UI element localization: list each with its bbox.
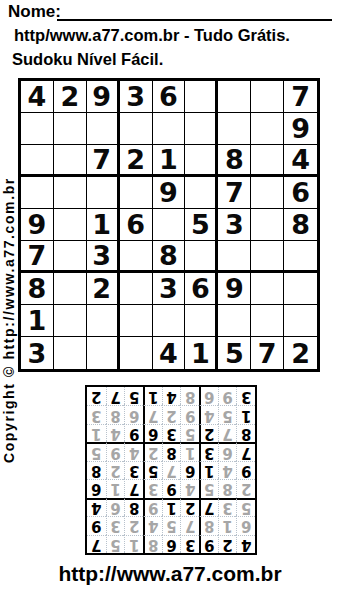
sudoku-cell-r5c9: 8: [284, 209, 317, 241]
solution-cell-r6c8: 9: [106, 442, 125, 460]
solution-cell-r5c4: 6: [180, 461, 199, 479]
sudoku-cell-r8c9[interactable]: [284, 305, 317, 337]
sudoku-cell-r1c5: 6: [153, 81, 186, 113]
solution-cell-r2c1: 6: [236, 516, 255, 534]
solution-cell-r9c3: 6: [199, 387, 218, 405]
sudoku-cell-r2c8[interactable]: [251, 113, 284, 145]
solution-cell-r4c9: 6: [87, 479, 106, 497]
sudoku-cell-r5c7: 3: [218, 209, 251, 241]
sudoku-cell-r8c6[interactable]: [185, 305, 218, 337]
sudoku-cell-r8c1: 1: [21, 305, 54, 337]
sudoku-cell-r1c7[interactable]: [218, 81, 251, 113]
sudoku-cell-r2c2[interactable]: [54, 113, 87, 145]
sudoku-cell-r1c6[interactable]: [185, 81, 218, 113]
solution-cell-r9c8: 7: [106, 387, 125, 405]
sudoku-cell-r2c7[interactable]: [218, 113, 251, 145]
solution-cell-r1c5: 6: [162, 535, 181, 553]
solution-cell-r3c6: 9: [143, 498, 162, 516]
sudoku-cell-r1c2: 2: [54, 81, 87, 113]
sudoku-cell-r3c2[interactable]: [54, 145, 87, 177]
sudoku-cell-r9c9: 2: [284, 337, 317, 369]
solution-cell-r5c5: 7: [162, 461, 181, 479]
sudoku-cell-r9c7: 5: [218, 337, 251, 369]
solution-cell-r4c7: 7: [124, 479, 143, 497]
solution-cell-r8c9: 3: [87, 405, 106, 423]
sudoku-cell-r1c4: 3: [120, 81, 153, 113]
solution-cell-r4c8: 1: [106, 479, 125, 497]
solution-cell-r3c7: 8: [124, 498, 143, 516]
sudoku-cell-r6c1: 7: [21, 241, 54, 273]
sudoku-cell-r4c8[interactable]: [251, 177, 284, 209]
sudoku-cell-r9c5: 4: [153, 337, 186, 369]
sudoku-cell-r5c4: 6: [120, 209, 153, 241]
solution-cell-r1c9: 7: [87, 535, 106, 553]
solution-cell-r9c2: 9: [218, 387, 237, 405]
solution-cell-r5c3: 1: [199, 461, 218, 479]
sudoku-cell-r1c9: 7: [284, 81, 317, 113]
sudoku-cell-r3c9: 4: [284, 145, 317, 177]
solution-cell-r8c7: 6: [124, 405, 143, 423]
sudoku-cell-r4c4[interactable]: [120, 177, 153, 209]
sudoku-cell-r3c3: 7: [87, 145, 120, 177]
sudoku-cell-r9c8: 7: [251, 337, 284, 369]
solution-cell-r1c7: 1: [124, 535, 143, 553]
solution-cell-r5c2: 4: [218, 461, 237, 479]
sudoku-cell-r9c6: 1: [185, 337, 218, 369]
sudoku-cell-r3c1[interactable]: [21, 145, 54, 177]
sudoku-cell-r7c7: 9: [218, 273, 251, 305]
sudoku-cell-r3c7: 8: [218, 145, 251, 177]
sudoku-cell-r6c3: 3: [87, 241, 120, 273]
solution-cell-r9c7: 5: [124, 387, 143, 405]
solution-cell-r2c5: 5: [162, 516, 181, 534]
solution-cell-r5c8: 2: [106, 461, 125, 479]
solution-cell-r6c1: 7: [236, 442, 255, 460]
sudoku-cell-r8c2[interactable]: [54, 305, 87, 337]
sudoku-cell-r6c2[interactable]: [54, 241, 87, 273]
sudoku-cell-r7c3: 2: [87, 273, 120, 305]
sudoku-cell-r8c7[interactable]: [218, 305, 251, 337]
sudoku-cell-r8c4[interactable]: [120, 305, 153, 337]
solution-cell-r7c6: 6: [143, 424, 162, 442]
solution-cell-r2c6: 4: [143, 516, 162, 534]
sudoku-cell-r4c2[interactable]: [54, 177, 87, 209]
solution-cell-r1c1: 4: [236, 535, 255, 553]
sudoku-cell-r4c3[interactable]: [87, 177, 120, 209]
name-label: Nome:: [8, 2, 61, 22]
sudoku-cell-r4c5: 9: [153, 177, 186, 209]
solution-cell-r1c6: 8: [143, 535, 162, 553]
solution-cell-r8c6: 7: [143, 405, 162, 423]
sudoku-cell-r3c6[interactable]: [185, 145, 218, 177]
solution-cell-r3c1: 5: [236, 498, 255, 516]
solution-cell-r7c3: 2: [199, 424, 218, 442]
solution-cell-r3c2: 3: [218, 498, 237, 516]
copyright-text: Copyright © http://www.a77.com.br: [1, 177, 17, 463]
solution-cell-r7c9: 1: [87, 424, 106, 442]
sudoku-cell-r2c9: 9: [284, 113, 317, 145]
solution-cell-r3c9: 4: [87, 498, 106, 516]
sudoku-cell-r3c5: 1: [153, 145, 186, 177]
sudoku-cell-r5c1: 9: [21, 209, 54, 241]
solution-cell-r1c4: 3: [180, 535, 199, 553]
solution-cell-r3c3: 7: [199, 498, 218, 516]
sudoku-cell-r2c1[interactable]: [21, 113, 54, 145]
solution-grid: 4293681576187542395372198642854937169416…: [85, 385, 257, 555]
sudoku-cell-r6c6[interactable]: [185, 241, 218, 273]
sudoku-cell-r4c1[interactable]: [21, 177, 54, 209]
solution-cell-r8c4: 9: [180, 405, 199, 423]
sudoku-cell-r7c8[interactable]: [251, 273, 284, 305]
sudoku-cell-r4c6[interactable]: [185, 177, 218, 209]
sudoku-cell-r2c6[interactable]: [185, 113, 218, 145]
solution-cell-r1c8: 5: [106, 535, 125, 553]
solution-cell-r6c7: 4: [124, 442, 143, 460]
sudoku-cell-r5c8[interactable]: [251, 209, 284, 241]
solution-cell-r9c6: 1: [143, 387, 162, 405]
sudoku-cell-r5c3: 1: [87, 209, 120, 241]
sudoku-cell-r5c6: 5: [185, 209, 218, 241]
solution-cell-r5c9: 8: [87, 461, 106, 479]
sudoku-cell-r7c2[interactable]: [54, 273, 87, 305]
solution-cell-r7c4: 5: [180, 424, 199, 442]
solution-cell-r9c1: 3: [236, 387, 255, 405]
solution-cell-r1c2: 2: [218, 535, 237, 553]
sudoku-cell-r9c4[interactable]: [120, 337, 153, 369]
solution-cell-r7c1: 8: [236, 424, 255, 442]
solution-cell-r6c4: 1: [180, 442, 199, 460]
solution-cell-r1c3: 9: [199, 535, 218, 553]
sudoku-cell-r6c7[interactable]: [218, 241, 251, 273]
solution-cell-r9c5: 4: [162, 387, 181, 405]
solution-cell-r2c8: 3: [106, 516, 125, 534]
sudoku-cell-r8c5[interactable]: [153, 305, 186, 337]
sudoku-cell-r6c8[interactable]: [251, 241, 284, 273]
sudoku-cell-r8c8[interactable]: [251, 305, 284, 337]
solution-cell-r6c2: 6: [218, 442, 237, 460]
sudoku-cell-r6c4[interactable]: [120, 241, 153, 273]
solution-cell-r6c9: 5: [87, 442, 106, 460]
sudoku-cell-r8c3[interactable]: [87, 305, 120, 337]
solution-cell-r5c1: 9: [236, 461, 255, 479]
sudoku-cell-r4c7: 7: [218, 177, 251, 209]
sudoku-cell-r2c5[interactable]: [153, 113, 186, 145]
solution-cell-r6c6: 2: [143, 442, 162, 460]
solution-cell-r2c9: 9: [87, 516, 106, 534]
solution-cell-r2c2: 1: [218, 516, 237, 534]
sudoku-grid: 429367972184976916538738823691341572: [18, 78, 320, 372]
solution-cell-r7c7: 9: [124, 424, 143, 442]
solution-cell-r4c3: 5: [199, 479, 218, 497]
solution-cell-r4c4: 4: [180, 479, 199, 497]
sudoku-cell-r7c1: 8: [21, 273, 54, 305]
sudoku-cell-r4c9: 6: [284, 177, 317, 209]
sudoku-cell-r6c9[interactable]: [284, 241, 317, 273]
solution-cell-r6c5: 8: [162, 442, 181, 460]
solution-cell-r4c5: 9: [162, 479, 181, 497]
solution-cell-r9c9: 2: [87, 387, 106, 405]
solution-cell-r4c1: 2: [236, 479, 255, 497]
sudoku-cell-r9c3[interactable]: [87, 337, 120, 369]
worksheet-page: Nome: http/www.a77.com.br - Tudo Grátis.…: [0, 0, 340, 596]
sudoku-cell-r1c8[interactable]: [251, 81, 284, 113]
sudoku-cell-r5c2[interactable]: [54, 209, 87, 241]
solution-cell-r9c4: 8: [180, 387, 199, 405]
puzzle-title: Sudoku Nível Fácil.: [12, 50, 163, 69]
solution-cell-r7c8: 4: [106, 424, 125, 442]
sudoku-cell-r9c1: 3: [21, 337, 54, 369]
solution-cell-r3c4: 2: [180, 498, 199, 516]
solution-cell-r3c8: 6: [106, 498, 125, 516]
solution-cell-r2c3: 8: [199, 516, 218, 534]
sudoku-cell-r2c3[interactable]: [87, 113, 120, 145]
solution-cell-r2c7: 2: [124, 516, 143, 534]
sudoku-cell-r9c2[interactable]: [54, 337, 87, 369]
sudoku-cell-r7c9[interactable]: [284, 273, 317, 305]
solution-cell-r2c4: 7: [180, 516, 199, 534]
solution-cell-r4c2: 8: [218, 479, 237, 497]
sudoku-cell-r1c1: 4: [21, 81, 54, 113]
sudoku-cell-r3c8[interactable]: [251, 145, 284, 177]
solution-cell-r8c5: 2: [162, 405, 181, 423]
solution-cell-r7c5: 3: [162, 424, 181, 442]
solution-cell-r8c8: 8: [106, 405, 125, 423]
solution-cell-r5c6: 5: [143, 461, 162, 479]
sudoku-cell-r6c5: 8: [153, 241, 186, 273]
solution-cell-r4c6: 3: [143, 479, 162, 497]
solution-cell-r8c1: 1: [236, 405, 255, 423]
sudoku-cell-r7c5: 3: [153, 273, 186, 305]
solution-cell-r8c2: 5: [218, 405, 237, 423]
site-header: http/www.a77.com.br - Tudo Grátis.: [14, 26, 290, 45]
sudoku-cell-r3c4: 2: [120, 145, 153, 177]
solution-cell-r5c7: 3: [124, 461, 143, 479]
name-input-line[interactable]: [57, 19, 332, 21]
sudoku-cell-r5c5[interactable]: [153, 209, 186, 241]
solution-cell-r7c2: 7: [218, 424, 237, 442]
solution-cell-r3c5: 1: [162, 498, 181, 516]
solution-cell-r8c3: 4: [199, 405, 218, 423]
sudoku-cell-r7c4[interactable]: [120, 273, 153, 305]
footer-url: http://www.a77.com.br: [0, 562, 340, 586]
sudoku-cell-r2c4[interactable]: [120, 113, 153, 145]
solution-cell-r6c3: 3: [199, 442, 218, 460]
sudoku-cell-r7c6: 6: [185, 273, 218, 305]
sudoku-cell-r1c3: 9: [87, 81, 120, 113]
